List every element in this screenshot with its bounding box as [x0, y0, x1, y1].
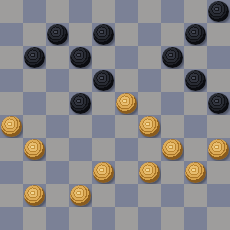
square-41[interactable]	[23, 184, 46, 207]
light-square-r2c4	[92, 46, 115, 69]
square-45[interactable]	[207, 184, 230, 207]
square-50[interactable]	[184, 207, 207, 230]
light-square-r9c7	[161, 207, 184, 230]
square-12[interactable]	[69, 46, 92, 69]
white-man-square-31[interactable]	[24, 139, 45, 160]
light-square-r8c4	[92, 184, 115, 207]
square-18[interactable]	[92, 69, 115, 92]
light-square-r9c1	[23, 207, 46, 230]
black-man-square-25[interactable]	[208, 93, 229, 114]
square-49[interactable]	[138, 207, 161, 230]
black-man-square-10[interactable]	[185, 24, 206, 45]
square-43[interactable]	[115, 184, 138, 207]
square-14[interactable]	[161, 46, 184, 69]
square-33[interactable]	[115, 138, 138, 161]
light-square-r0c6	[138, 0, 161, 23]
light-square-r1c5	[115, 23, 138, 46]
light-square-r4c8	[184, 92, 207, 115]
square-4[interactable]	[161, 0, 184, 23]
light-square-r3c3	[69, 69, 92, 92]
white-man-square-35[interactable]	[208, 139, 229, 160]
light-square-r7c9	[207, 161, 230, 184]
light-square-r2c0	[0, 46, 23, 69]
square-32[interactable]	[69, 138, 92, 161]
square-44[interactable]	[161, 184, 184, 207]
light-square-r8c6	[138, 184, 161, 207]
square-3[interactable]	[115, 0, 138, 23]
light-square-r1c7	[161, 23, 184, 46]
light-square-r6c2	[46, 138, 69, 161]
square-30[interactable]	[184, 115, 207, 138]
square-26[interactable]	[0, 115, 23, 138]
square-19[interactable]	[138, 69, 161, 92]
square-46[interactable]	[0, 207, 23, 230]
square-40[interactable]	[184, 161, 207, 184]
light-square-r3c5	[115, 69, 138, 92]
light-square-r3c9	[207, 69, 230, 92]
light-square-r8c8	[184, 184, 207, 207]
light-square-r5c5	[115, 115, 138, 138]
light-square-r9c3	[69, 207, 92, 230]
light-square-r0c0	[0, 0, 23, 23]
black-man-square-11[interactable]	[24, 47, 45, 68]
light-square-r7c5	[115, 161, 138, 184]
light-square-r8c0	[0, 184, 23, 207]
square-31[interactable]	[23, 138, 46, 161]
square-48[interactable]	[92, 207, 115, 230]
light-square-r1c3	[69, 23, 92, 46]
square-27[interactable]	[46, 115, 69, 138]
square-24[interactable]	[161, 92, 184, 115]
square-22[interactable]	[69, 92, 92, 115]
square-34[interactable]	[161, 138, 184, 161]
light-square-r2c2	[46, 46, 69, 69]
white-man-square-39[interactable]	[139, 162, 160, 183]
square-29[interactable]	[138, 115, 161, 138]
black-man-square-7[interactable]	[47, 24, 68, 45]
light-square-r6c8	[184, 138, 207, 161]
white-man-square-34[interactable]	[162, 139, 183, 160]
square-23[interactable]	[115, 92, 138, 115]
square-13[interactable]	[115, 46, 138, 69]
square-11[interactable]	[23, 46, 46, 69]
square-9[interactable]	[138, 23, 161, 46]
light-square-r3c7	[161, 69, 184, 92]
black-man-square-12[interactable]	[70, 47, 91, 68]
light-square-r0c4	[92, 0, 115, 23]
square-35[interactable]	[207, 138, 230, 161]
light-square-r1c9	[207, 23, 230, 46]
white-man-square-38[interactable]	[93, 162, 114, 183]
white-man-square-29[interactable]	[139, 116, 160, 137]
light-square-r0c8	[184, 0, 207, 23]
square-20[interactable]	[184, 69, 207, 92]
white-man-square-42[interactable]	[70, 185, 91, 206]
square-5[interactable]	[207, 0, 230, 23]
light-square-r6c6	[138, 138, 161, 161]
black-man-square-8[interactable]	[93, 24, 114, 45]
light-square-r5c3	[69, 115, 92, 138]
square-6[interactable]	[0, 23, 23, 46]
square-15[interactable]	[207, 46, 230, 69]
light-square-r0c2	[46, 0, 69, 23]
square-10[interactable]	[184, 23, 207, 46]
black-man-square-22[interactable]	[70, 93, 91, 114]
light-square-r7c7	[161, 161, 184, 184]
light-square-r3c1	[23, 69, 46, 92]
light-square-r7c3	[69, 161, 92, 184]
square-28[interactable]	[92, 115, 115, 138]
square-2[interactable]	[69, 0, 92, 23]
light-square-r4c6	[138, 92, 161, 115]
light-square-r8c2	[46, 184, 69, 207]
light-square-r1c1	[23, 23, 46, 46]
light-square-r6c4	[92, 138, 115, 161]
square-42[interactable]	[69, 184, 92, 207]
light-square-r5c9	[207, 115, 230, 138]
square-36[interactable]	[0, 161, 23, 184]
light-square-r9c9	[207, 207, 230, 230]
square-37[interactable]	[46, 161, 69, 184]
white-man-square-23[interactable]	[116, 93, 137, 114]
white-man-square-40[interactable]	[185, 162, 206, 183]
black-man-square-14[interactable]	[162, 47, 183, 68]
light-square-r5c7	[161, 115, 184, 138]
light-square-r9c5	[115, 207, 138, 230]
black-man-square-5[interactable]	[208, 1, 229, 22]
draughts-board	[0, 0, 230, 230]
light-square-r6c0	[0, 138, 23, 161]
light-square-r2c6	[138, 46, 161, 69]
square-38[interactable]	[92, 161, 115, 184]
square-47[interactable]	[46, 207, 69, 230]
white-man-square-41[interactable]	[24, 185, 45, 206]
black-man-square-20[interactable]	[185, 70, 206, 91]
square-39[interactable]	[138, 161, 161, 184]
square-7[interactable]	[46, 23, 69, 46]
light-square-r4c0	[0, 92, 23, 115]
light-square-r4c4	[92, 92, 115, 115]
square-8[interactable]	[92, 23, 115, 46]
square-16[interactable]	[0, 69, 23, 92]
light-square-r2c8	[184, 46, 207, 69]
black-man-square-18[interactable]	[93, 70, 114, 91]
square-21[interactable]	[23, 92, 46, 115]
square-1[interactable]	[23, 0, 46, 23]
square-17[interactable]	[46, 69, 69, 92]
white-man-square-26[interactable]	[1, 116, 22, 137]
light-square-r4c2	[46, 92, 69, 115]
light-square-r5c1	[23, 115, 46, 138]
square-25[interactable]	[207, 92, 230, 115]
light-square-r7c1	[23, 161, 46, 184]
